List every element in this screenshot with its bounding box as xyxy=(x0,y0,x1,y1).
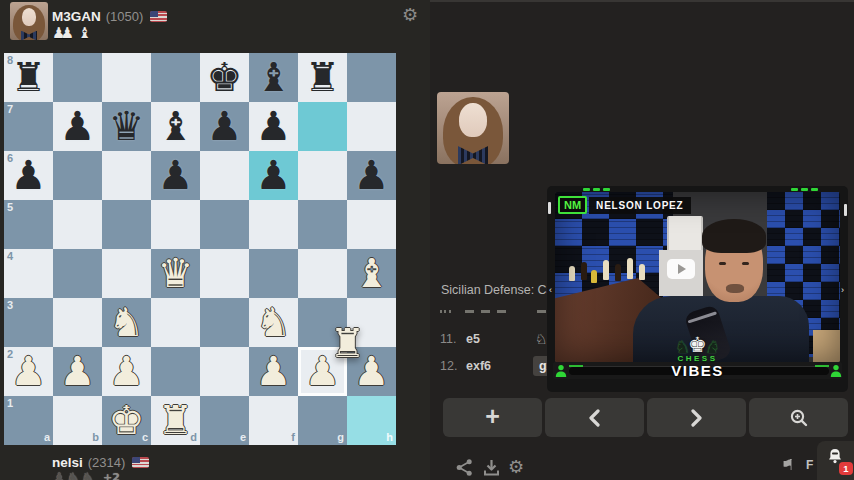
piece-bQ[interactable]: ♛ xyxy=(102,102,151,151)
frame-accent xyxy=(791,188,818,191)
frame-tick xyxy=(844,204,847,216)
display-piece xyxy=(615,264,621,281)
file-label: c xyxy=(142,432,148,443)
file-label: h xyxy=(386,432,393,443)
square-a2[interactable]: 2♟ xyxy=(4,347,53,396)
chess-vibes-logo: ♞♚♞ CHESS VIBES xyxy=(655,332,741,379)
black-move-figurine-icon[interactable]: ♘ xyxy=(535,331,548,347)
square-b5[interactable] xyxy=(53,200,102,249)
avatar-large-m3gan[interactable] xyxy=(437,92,509,164)
piece-bP[interactable]: ♟ xyxy=(151,151,200,200)
square-g6[interactable] xyxy=(298,151,347,200)
square-f1[interactable]: f xyxy=(249,396,298,445)
square-c5[interactable] xyxy=(102,200,151,249)
frame-chevron-right: › xyxy=(841,286,844,295)
move-controls: + xyxy=(443,398,848,437)
square-f4[interactable] xyxy=(249,249,298,298)
square-e8[interactable]: ♚ xyxy=(200,53,249,102)
avatar-top-player[interactable] xyxy=(10,2,48,40)
square-c8[interactable] xyxy=(102,53,151,102)
app-window: M3GAN(1050) ♟♟♝ ⚙ 8♜♚♝♜7♟♛♝♟♟6♟♟♟♟54♛♝3♞… xyxy=(0,0,854,480)
file-label: g xyxy=(337,432,344,443)
piece-bB[interactable]: ♝ xyxy=(249,53,298,102)
piece-bP[interactable]: ♟ xyxy=(53,102,102,151)
chevron-left-icon xyxy=(588,409,601,427)
streamer-head xyxy=(705,224,763,302)
square-e3[interactable] xyxy=(200,298,249,347)
square-c3[interactable]: ♞ xyxy=(102,298,151,347)
square-d3[interactable] xyxy=(151,298,200,347)
square-b2[interactable]: ♟ xyxy=(53,347,102,396)
square-h8[interactable] xyxy=(347,53,396,102)
square-d2[interactable] xyxy=(151,347,200,396)
bottom-player-name[interactable]: nelsi xyxy=(52,455,83,470)
square-e6[interactable] xyxy=(200,151,249,200)
notifications-button[interactable]: 1 xyxy=(817,441,854,480)
add-move-button[interactable]: + xyxy=(443,398,542,437)
move-number: 11. xyxy=(440,332,466,346)
clipped-footer-label: F xyxy=(806,458,813,472)
youtube-play-icon xyxy=(667,259,695,279)
square-d4[interactable]: ♛ xyxy=(151,249,200,298)
piece-wP[interactable]: ♟ xyxy=(102,347,151,396)
chess-board: 8♜♚♝♜7♟♛♝♟♟6♟♟♟♟54♛♝3♞♞2♟♟♟♟♟♟1abc♚d♜efg… xyxy=(4,53,396,445)
piece-bP[interactable]: ♟ xyxy=(249,102,298,151)
title-badge: NM xyxy=(558,196,587,214)
logo-king-icon: ♚ xyxy=(688,334,707,357)
square-a1[interactable]: 1a xyxy=(4,396,53,445)
rank-label: 7 xyxy=(7,104,13,115)
clipped-text xyxy=(440,310,451,313)
magnifier-plus-icon xyxy=(789,408,809,428)
square-g1[interactable]: g xyxy=(298,396,347,445)
plus-icon: + xyxy=(485,404,500,429)
square-c6[interactable] xyxy=(102,151,151,200)
square-a6[interactable]: 6♟ xyxy=(4,151,53,200)
logo-knight-icon: ♞ xyxy=(705,337,720,357)
display-piece xyxy=(581,262,587,280)
piece-bP[interactable]: ♟ xyxy=(200,102,249,151)
rank-label: 3 xyxy=(7,300,13,311)
chevron-right-icon xyxy=(690,409,703,427)
white-move[interactable]: e5 xyxy=(466,332,480,346)
bottom-player-flag-icon xyxy=(132,457,149,468)
square-f6[interactable]: ♟ xyxy=(249,151,298,200)
square-a8[interactable]: 8♜ xyxy=(4,53,53,102)
prev-move-button[interactable] xyxy=(545,398,644,437)
square-e5[interactable] xyxy=(200,200,249,249)
square-d7[interactable]: ♝ xyxy=(151,102,200,151)
display-piece xyxy=(627,258,633,279)
display-piece xyxy=(603,260,609,280)
square-c1[interactable]: c♚ xyxy=(102,396,151,445)
piece-bK[interactable]: ♚ xyxy=(200,53,249,102)
square-g7[interactable] xyxy=(298,102,347,151)
streamer-name: NELSON LOPEZ xyxy=(589,197,690,214)
square-c7[interactable]: ♛ xyxy=(102,102,151,151)
viewer-person-icon xyxy=(830,364,842,377)
panel-top-edge xyxy=(430,0,854,2)
piece-wQ[interactable]: ♛ xyxy=(151,249,200,298)
square-g5[interactable] xyxy=(298,200,347,249)
board-area: 8♜♚♝♜7♟♛♝♟♟6♟♟♟♟54♛♝3♞♞2♟♟♟♟♟♟1abc♚d♜efg… xyxy=(4,53,396,445)
white-move[interactable]: exf6 xyxy=(466,359,491,373)
square-f5[interactable] xyxy=(249,200,298,249)
piece-bP[interactable]: ♟ xyxy=(347,151,396,200)
file-label: e xyxy=(240,432,246,443)
piece-bB[interactable]: ♝ xyxy=(151,102,200,151)
square-g8[interactable]: ♜ xyxy=(298,53,347,102)
display-piece xyxy=(569,266,575,281)
rank-label: 2 xyxy=(7,349,13,360)
avatar-face xyxy=(22,8,36,26)
frame-accent xyxy=(583,188,610,191)
streamer-nameplate: NM NELSON LOPEZ xyxy=(558,196,691,214)
streamer-beard xyxy=(726,284,744,293)
square-h7[interactable] xyxy=(347,102,396,151)
settings-gear-icon[interactable]: ⚙ xyxy=(508,456,524,477)
notification-badge: 1 xyxy=(839,462,853,475)
file-label: d xyxy=(190,432,197,443)
square-d6[interactable]: ♟ xyxy=(151,151,200,200)
square-d1[interactable]: d♜ xyxy=(151,396,200,445)
square-g4[interactable] xyxy=(298,249,347,298)
square-b8[interactable] xyxy=(53,53,102,102)
door xyxy=(667,216,703,286)
square-d8[interactable] xyxy=(151,53,200,102)
piece-bP[interactable]: ♟ xyxy=(249,151,298,200)
square-a5[interactable]: 5 xyxy=(4,200,53,249)
file-label: b xyxy=(92,432,99,443)
square-f2[interactable]: ♟ xyxy=(249,347,298,396)
square-e7[interactable]: ♟ xyxy=(200,102,249,151)
logo-text-vibes: VIBES xyxy=(655,362,741,379)
square-b7[interactable]: ♟ xyxy=(53,102,102,151)
square-e2[interactable] xyxy=(200,347,249,396)
file-label: f xyxy=(291,432,295,443)
file-label: a xyxy=(44,432,50,443)
square-e1[interactable]: e xyxy=(200,396,249,445)
square-f3[interactable]: ♞ xyxy=(249,298,298,347)
square-d5[interactable] xyxy=(151,200,200,249)
analysis-zoom-button[interactable] xyxy=(749,398,848,437)
square-b6[interactable] xyxy=(53,151,102,200)
rank-label: 6 xyxy=(7,153,13,164)
material-advantage: +2 xyxy=(103,471,120,480)
top-captured-pieces: ♟♟♝ xyxy=(52,24,91,42)
square-f8[interactable]: ♝ xyxy=(249,53,298,102)
piece-wB[interactable]: ♝ xyxy=(347,249,396,298)
square-c4[interactable] xyxy=(102,249,151,298)
square-h1[interactable]: h xyxy=(347,396,396,445)
next-move-button[interactable] xyxy=(647,398,746,437)
desk xyxy=(813,330,840,362)
square-a4[interactable]: 4 xyxy=(4,249,53,298)
piece-wP[interactable]: ♟ xyxy=(249,347,298,396)
square-b1[interactable]: b xyxy=(53,396,102,445)
square-f7[interactable]: ♟ xyxy=(249,102,298,151)
bottom-player-rating: (2314) xyxy=(88,455,126,470)
piece-wN[interactable]: ♞ xyxy=(249,298,298,347)
top-player-rating: (1050) xyxy=(106,9,144,24)
square-b4[interactable] xyxy=(53,249,102,298)
rank-label: 5 xyxy=(7,202,13,213)
square-h4[interactable]: ♝ xyxy=(347,249,396,298)
acoustic-foam-right xyxy=(767,192,840,357)
piece-bR[interactable]: ♜ xyxy=(298,53,347,102)
top-player-name[interactable]: M3GAN xyxy=(52,9,101,24)
square-c2[interactable]: ♟ xyxy=(102,347,151,396)
board-settings-gear-icon[interactable]: ⚙ xyxy=(402,6,418,24)
square-e4[interactable] xyxy=(200,249,249,298)
square-a3[interactable]: 3 xyxy=(4,298,53,347)
viewer-person-icon xyxy=(555,364,567,377)
piece-wN[interactable]: ♞ xyxy=(102,298,151,347)
square-b3[interactable] xyxy=(53,298,102,347)
youtube-plaque xyxy=(659,250,703,296)
opening-name: Sicilian Defense: Can xyxy=(441,283,561,297)
rank-label: 8 xyxy=(7,55,13,66)
display-piece xyxy=(639,264,645,280)
square-h6[interactable]: ♟ xyxy=(347,151,396,200)
avatar-face xyxy=(459,103,486,137)
piece-wP[interactable]: ♟ xyxy=(53,347,102,396)
bottom-captured-pieces: ♟♞♞+2 xyxy=(52,469,120,480)
download-icon[interactable] xyxy=(482,458,501,477)
square-a7[interactable]: 7 xyxy=(4,102,53,151)
move-number: 12. xyxy=(440,359,466,373)
frame-tick xyxy=(548,202,551,214)
rank-label: 1 xyxy=(7,398,13,409)
report-flag-icon[interactable]: ⚑ xyxy=(781,456,794,474)
frame-chevron-left: ‹ xyxy=(549,286,552,295)
square-h5[interactable] xyxy=(347,200,396,249)
top-player-flag-icon xyxy=(150,11,167,22)
rank-label: 4 xyxy=(7,251,13,262)
dragged-piece-white-rook[interactable]: ♜ xyxy=(323,319,372,368)
webcam-overlay: NM NELSON LOPEZ ‹ › ♞♚♞ CHESS VIBES xyxy=(547,186,848,392)
display-piece xyxy=(591,270,597,283)
share-icon[interactable] xyxy=(455,458,474,477)
